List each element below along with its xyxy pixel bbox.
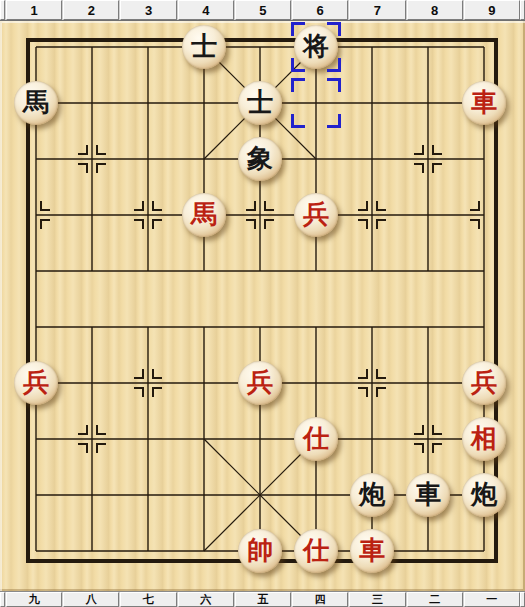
piece-black-cannon[interactable]: 炮: [462, 473, 506, 517]
piece-red-advisor[interactable]: 仕: [294, 529, 338, 573]
file-label-top-4: 4: [178, 0, 234, 20]
piece-black-chariot[interactable]: 車: [406, 473, 450, 517]
piece-glyph: 将: [303, 24, 329, 68]
file-label-bottom-4: 六: [178, 592, 234, 607]
piece-glyph: 炮: [359, 472, 385, 516]
xiangqi-app-window: 123456789 士将馬士車象馬兵兵兵兵仕相炮車炮帥仕車 九八七六五四三二一: [0, 0, 525, 607]
piece-red-chariot[interactable]: 車: [350, 529, 394, 573]
piece-glyph: 馬: [191, 192, 217, 236]
piece-glyph: 兵: [23, 360, 49, 404]
piece-glyph: 士: [247, 80, 273, 124]
piece-glyph: 士: [191, 24, 217, 68]
file-label-top-3: 3: [120, 0, 176, 20]
file-label-bottom-2: 八: [63, 592, 119, 607]
piece-black-elephant[interactable]: 象: [238, 137, 282, 181]
bottom-file-bar: 九八七六五四三二一: [0, 591, 525, 607]
file-label-bottom-8: 二: [407, 592, 463, 607]
file-label-bottom-5: 五: [235, 592, 291, 607]
piece-glyph: 車: [359, 528, 385, 572]
piece-glyph: 仕: [303, 416, 329, 460]
piece-glyph: 車: [415, 472, 441, 516]
piece-glyph: 馬: [23, 80, 49, 124]
file-label-top-6: 6: [292, 0, 348, 20]
piece-glyph: 相: [471, 416, 497, 460]
piece-red-advisor[interactable]: 仕: [294, 417, 338, 461]
top-file-bar: 123456789: [0, 0, 525, 21]
piece-red-soldier[interactable]: 兵: [294, 193, 338, 237]
piece-red-general[interactable]: 帥: [238, 529, 282, 573]
piece-glyph: 兵: [247, 360, 273, 404]
bar-end-spacer: [520, 592, 525, 607]
piece-black-advisor[interactable]: 士: [182, 25, 226, 69]
piece-glyph: 帥: [247, 528, 273, 572]
piece-black-horse[interactable]: 馬: [14, 81, 58, 125]
file-label-top-9: 9: [464, 0, 520, 20]
piece-glyph: 象: [247, 136, 273, 180]
file-label-top-8: 8: [407, 0, 463, 20]
piece-red-soldier[interactable]: 兵: [238, 361, 282, 405]
piece-red-soldier[interactable]: 兵: [14, 361, 58, 405]
bar-end-spacer: [0, 592, 5, 607]
piece-glyph: 兵: [471, 360, 497, 404]
file-label-top-1: 1: [6, 0, 62, 20]
piece-black-general[interactable]: 将: [294, 25, 338, 69]
file-label-bottom-7: 三: [349, 592, 405, 607]
bar-end-spacer: [520, 0, 525, 20]
piece-glyph: 兵: [303, 192, 329, 236]
file-label-top-2: 2: [63, 0, 119, 20]
file-label-bottom-3: 七: [120, 592, 176, 607]
piece-red-horse[interactable]: 馬: [182, 193, 226, 237]
file-label-bottom-9: 一: [464, 592, 520, 607]
piece-red-chariot[interactable]: 車: [462, 81, 506, 125]
piece-black-advisor[interactable]: 士: [238, 81, 282, 125]
piece-black-cannon[interactable]: 炮: [350, 473, 394, 517]
piece-red-soldier[interactable]: 兵: [462, 361, 506, 405]
piece-glyph: 車: [471, 80, 497, 124]
board[interactable]: 士将馬士車象馬兵兵兵兵仕相炮車炮帥仕車: [0, 21, 525, 591]
piece-glyph: 仕: [303, 528, 329, 572]
file-label-bottom-1: 九: [6, 592, 62, 607]
bar-end-spacer: [0, 0, 5, 20]
piece-glyph: 炮: [471, 472, 497, 516]
file-label-top-5: 5: [235, 0, 291, 20]
file-label-bottom-6: 四: [292, 592, 348, 607]
file-label-top-7: 7: [349, 0, 405, 20]
piece-red-elephant[interactable]: 相: [462, 417, 506, 461]
